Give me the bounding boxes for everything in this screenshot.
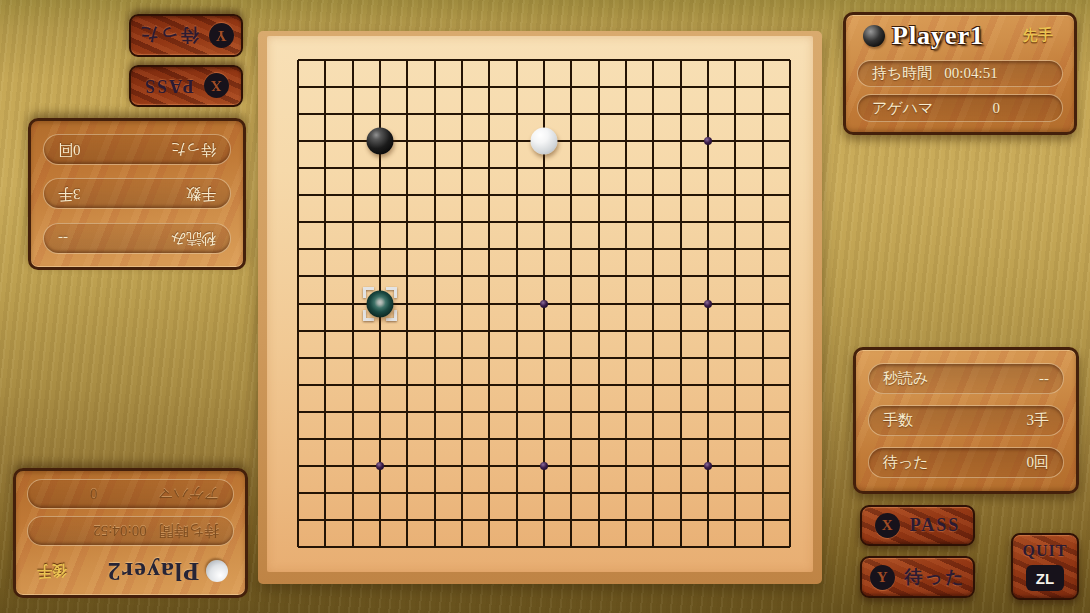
player1-role: 先手 [1023,26,1057,45]
zl-key-icon: ZL [1026,565,1064,591]
x-key-icon: X [204,74,229,99]
undo-count-label: 待った [170,140,216,159]
go-board [258,31,822,584]
grid-line [652,60,654,547]
moves-value: 3手 [58,185,81,204]
white-stone-icon [206,560,228,582]
player2-panel: Player2 後手 持ち時間 00:04:52 アゲハマ 0 [13,468,248,598]
player2-role: 後手 [33,561,67,580]
time-label: 持ち時間 [872,64,932,83]
undo-count-label: 待った [883,453,929,472]
x-key-icon: X [875,513,900,538]
grid-line [298,384,790,386]
grid-line [298,438,790,440]
y-key-icon: Y [870,565,895,590]
black-stone [367,128,394,155]
player1-time-value: 00:04:51 [944,65,997,82]
star-point [704,300,712,308]
moves-label: 手数 [883,411,913,430]
undo-button-label: 待った [905,565,966,589]
white-stone [531,128,558,155]
grid-line [298,330,790,332]
pass-button-label: PASS [143,76,194,97]
player2-header: Player2 後手 [27,553,234,589]
grid-line [598,60,600,547]
captures-label: アゲハマ [158,484,219,503]
grid-line [298,492,790,494]
player1-name: Player1 [892,21,984,51]
player2-time-row: 持ち時間 00:04:52 [27,516,234,546]
go-board-grid[interactable] [298,60,790,547]
player2-name: Player2 [107,556,199,586]
moves-value: 3手 [1027,411,1050,430]
pass-button-label: PASS [910,515,961,536]
quit-button-label: QUIT [1023,542,1068,560]
moves-row: 手数 3手 [43,179,231,210]
star-point [540,300,548,308]
time-label: 持ち時間 [159,521,219,540]
stats-panel-right: 秒読み -- 手数 3手 待った 0回 [853,347,1079,494]
grid-line [298,519,790,521]
undo-button-left[interactable]: Y 待った [129,14,243,57]
undo-count-row: 待った 0回 [868,447,1064,478]
byoyomi-row: 秒読み -- [43,223,231,254]
moves-label: 手数 [186,185,216,204]
star-point [540,462,548,470]
byoyomi-label: 秒読み [883,369,928,388]
quit-button[interactable]: QUIT ZL [1011,533,1079,600]
black-stone-icon [863,25,885,47]
grid-line [298,546,790,548]
undo-count-value: 0回 [1027,453,1050,472]
pass-button-left[interactable]: X PASS [129,65,243,107]
grid-line [570,60,572,547]
byoyomi-value: -- [58,230,68,247]
player1-captures-row: アゲハマ 0 [857,94,1063,122]
grid-line [298,411,790,413]
player1-panel: Player1 先手 持ち時間 00:04:51 アゲハマ 0 [843,12,1077,135]
star-point [704,462,712,470]
pass-button-right[interactable]: X PASS [860,505,975,546]
grid-line [680,60,682,547]
captures-label: アゲハマ [872,99,933,118]
y-key-icon: Y [209,23,234,48]
player1-time-row: 持ち時間 00:04:51 [857,60,1063,88]
moves-row: 手数 3手 [868,405,1064,436]
byoyomi-row: 秒読み -- [868,363,1064,394]
star-point [376,462,384,470]
player2-time-value: 00:04:52 [93,522,146,539]
go-board-surface [267,36,813,572]
player2-captures-value: 0 [90,485,98,502]
grid-line [762,60,764,547]
black-stone [367,290,394,317]
grid-line [789,60,791,547]
undo-count-row: 待った 0回 [43,134,231,165]
player1-header: Player1 先手 [857,19,1063,53]
undo-button-label: 待った [138,24,199,48]
byoyomi-value: -- [1039,370,1049,387]
undo-count-value: 0回 [58,140,81,159]
byoyomi-label: 秒読み [171,229,216,248]
stats-panel-left: 秒読み -- 手数 3手 待った 0回 [28,118,246,270]
star-point [704,137,712,145]
player2-captures-row: アゲハマ 0 [27,479,234,509]
grid-line [734,60,736,547]
grid-line [298,357,790,359]
player1-captures-value: 0 [993,100,1001,117]
grid-line [625,60,627,547]
undo-button-right[interactable]: Y 待った [860,556,975,598]
